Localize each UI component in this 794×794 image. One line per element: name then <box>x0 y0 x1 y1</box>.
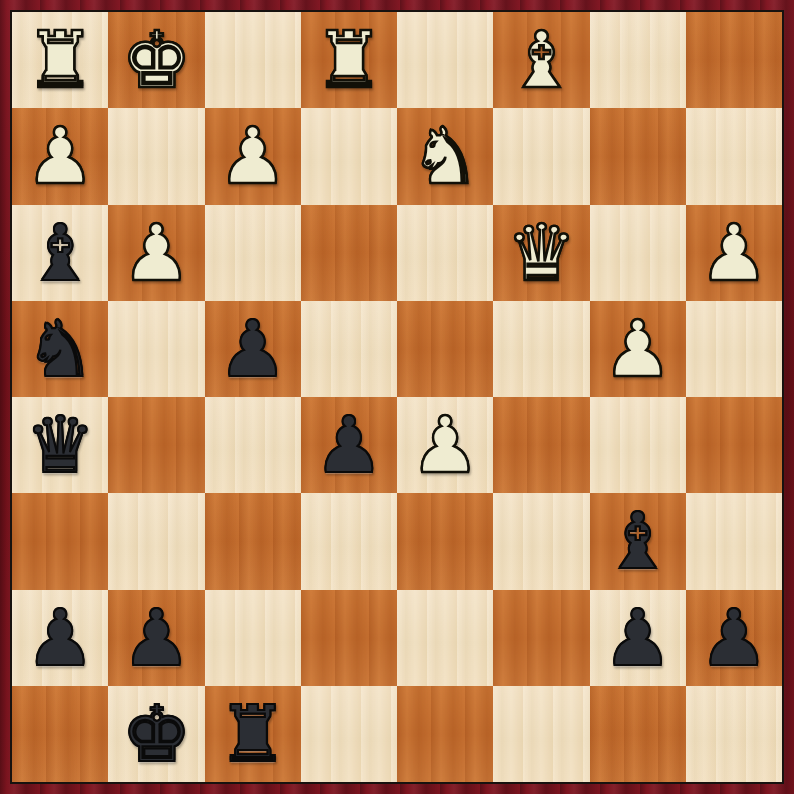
black-pawn-piece[interactable]: ♟ <box>603 590 673 686</box>
square-d1[interactable] <box>301 686 397 782</box>
black-king-piece[interactable]: ♚ <box>121 686 191 782</box>
black-pawn-piece[interactable]: ♟ <box>25 590 95 686</box>
square-a7[interactable]: ♟ <box>12 108 108 204</box>
square-b2[interactable]: ♟ <box>108 590 204 686</box>
board-frame: ♜♚♜♝♟♟♞♝♟♛♟♞♟♟♛♟♟♝♟♟♟♟♚♜ <box>0 0 794 794</box>
square-e3[interactable] <box>397 493 493 589</box>
square-h8[interactable] <box>686 12 782 108</box>
white-knight-piece[interactable]: ♞ <box>410 108 480 204</box>
square-e4[interactable]: ♟ <box>397 397 493 493</box>
square-b7[interactable] <box>108 108 204 204</box>
black-bishop-piece[interactable]: ♝ <box>25 205 95 301</box>
square-b6[interactable]: ♟ <box>108 205 204 301</box>
square-e7[interactable]: ♞ <box>397 108 493 204</box>
square-g5[interactable]: ♟ <box>590 301 686 397</box>
black-bishop-piece[interactable]: ♝ <box>603 493 673 589</box>
square-d7[interactable] <box>301 108 397 204</box>
white-pawn-piece[interactable]: ♟ <box>121 205 191 301</box>
square-f7[interactable] <box>493 108 589 204</box>
square-h4[interactable] <box>686 397 782 493</box>
square-h2[interactable]: ♟ <box>686 590 782 686</box>
square-h3[interactable] <box>686 493 782 589</box>
square-h5[interactable] <box>686 301 782 397</box>
square-e6[interactable] <box>397 205 493 301</box>
square-c4[interactable] <box>205 397 301 493</box>
black-rook-piece[interactable]: ♜ <box>218 686 288 782</box>
square-d3[interactable] <box>301 493 397 589</box>
square-e2[interactable] <box>397 590 493 686</box>
square-g6[interactable] <box>590 205 686 301</box>
square-d5[interactable] <box>301 301 397 397</box>
white-pawn-piece[interactable]: ♟ <box>25 108 95 204</box>
square-h7[interactable] <box>686 108 782 204</box>
square-c3[interactable] <box>205 493 301 589</box>
square-b4[interactable] <box>108 397 204 493</box>
square-f3[interactable] <box>493 493 589 589</box>
square-a5[interactable]: ♞ <box>12 301 108 397</box>
white-pawn-piece[interactable]: ♟ <box>410 397 480 493</box>
square-g3[interactable]: ♝ <box>590 493 686 589</box>
black-knight-piece[interactable]: ♞ <box>25 301 95 397</box>
square-f8[interactable]: ♝ <box>493 12 589 108</box>
white-king-piece[interactable]: ♚ <box>121 12 191 108</box>
square-c2[interactable] <box>205 590 301 686</box>
square-e5[interactable] <box>397 301 493 397</box>
square-c5[interactable]: ♟ <box>205 301 301 397</box>
black-pawn-piece[interactable]: ♟ <box>314 397 384 493</box>
square-h6[interactable]: ♟ <box>686 205 782 301</box>
black-queen-piece[interactable]: ♛ <box>25 397 95 493</box>
square-e1[interactable] <box>397 686 493 782</box>
square-g4[interactable] <box>590 397 686 493</box>
black-pawn-piece[interactable]: ♟ <box>121 590 191 686</box>
black-pawn-piece[interactable]: ♟ <box>699 590 769 686</box>
square-f4[interactable] <box>493 397 589 493</box>
chess-board: ♜♚♜♝♟♟♞♝♟♛♟♞♟♟♛♟♟♝♟♟♟♟♚♜ <box>10 10 784 784</box>
square-a6[interactable]: ♝ <box>12 205 108 301</box>
square-d2[interactable] <box>301 590 397 686</box>
square-b8[interactable]: ♚ <box>108 12 204 108</box>
square-d8[interactable]: ♜ <box>301 12 397 108</box>
square-c6[interactable] <box>205 205 301 301</box>
square-f5[interactable] <box>493 301 589 397</box>
white-pawn-piece[interactable]: ♟ <box>218 108 288 204</box>
square-c7[interactable]: ♟ <box>205 108 301 204</box>
square-b1[interactable]: ♚ <box>108 686 204 782</box>
square-d4[interactable]: ♟ <box>301 397 397 493</box>
white-queen-piece[interactable]: ♛ <box>506 205 576 301</box>
square-e8[interactable] <box>397 12 493 108</box>
square-c1[interactable]: ♜ <box>205 686 301 782</box>
square-f6[interactable]: ♛ <box>493 205 589 301</box>
square-d6[interactable] <box>301 205 397 301</box>
square-a4[interactable]: ♛ <box>12 397 108 493</box>
square-b5[interactable] <box>108 301 204 397</box>
square-b3[interactable] <box>108 493 204 589</box>
square-f1[interactable] <box>493 686 589 782</box>
square-h1[interactable] <box>686 686 782 782</box>
white-bishop-piece[interactable]: ♝ <box>506 12 576 108</box>
white-rook-piece[interactable]: ♜ <box>25 12 95 108</box>
white-rook-piece[interactable]: ♜ <box>314 12 384 108</box>
square-g7[interactable] <box>590 108 686 204</box>
square-a1[interactable] <box>12 686 108 782</box>
square-g1[interactable] <box>590 686 686 782</box>
square-g8[interactable] <box>590 12 686 108</box>
square-a8[interactable]: ♜ <box>12 12 108 108</box>
square-f2[interactable] <box>493 590 589 686</box>
white-pawn-piece[interactable]: ♟ <box>699 205 769 301</box>
square-a2[interactable]: ♟ <box>12 590 108 686</box>
square-c8[interactable] <box>205 12 301 108</box>
white-pawn-piece[interactable]: ♟ <box>603 301 673 397</box>
black-pawn-piece[interactable]: ♟ <box>218 301 288 397</box>
square-g2[interactable]: ♟ <box>590 590 686 686</box>
square-a3[interactable] <box>12 493 108 589</box>
